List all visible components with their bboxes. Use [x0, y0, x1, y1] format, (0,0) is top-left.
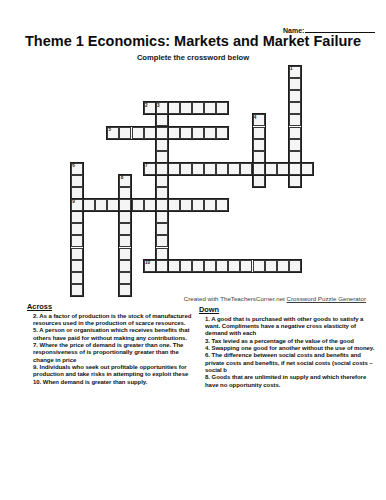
crossword-cell[interactable] — [289, 90, 301, 102]
crossword-cell[interactable] — [216, 199, 228, 211]
crossword-cell[interactable] — [192, 199, 204, 211]
crossword-cell[interactable] — [156, 175, 168, 187]
crossword-cell[interactable] — [156, 139, 168, 151]
crossword-cell[interactable] — [156, 235, 168, 247]
crossword-cell[interactable] — [301, 163, 313, 175]
crossword-cell[interactable] — [204, 127, 216, 139]
crossword-cell[interactable] — [265, 260, 277, 272]
crossword-cell[interactable] — [156, 102, 168, 114]
crossword-cell[interactable] — [144, 127, 156, 139]
crossword-cell[interactable] — [71, 260, 83, 272]
clue-item: 6. The difference between social costs a… — [199, 352, 375, 374]
attribution: Created with TheTeachersCorner.net Cross… — [184, 295, 366, 302]
clue-item: 3. Tax levied as a percentage of the val… — [199, 338, 375, 345]
across-clues-list: 2. As a factor of production is the stoc… — [27, 313, 197, 386]
clue-item: 4. Swapping one good for another without… — [199, 345, 375, 352]
crossword-cell[interactable] — [204, 199, 216, 211]
crossword-cell[interactable] — [204, 260, 216, 272]
crossword-cell[interactable] — [168, 127, 180, 139]
crossword-cell[interactable] — [107, 127, 119, 139]
crossword-cell[interactable] — [289, 114, 301, 126]
crossword-cell[interactable] — [180, 199, 192, 211]
crossword-cell[interactable] — [192, 127, 204, 139]
crossword-cell[interactable] — [180, 127, 192, 139]
crossword-cell[interactable] — [240, 260, 252, 272]
crossword-cell[interactable] — [253, 139, 265, 151]
crossword-cell[interactable] — [156, 114, 168, 126]
crossword-cell[interactable] — [119, 272, 131, 284]
crossword-grid: 12345678910 — [0, 0, 386, 500]
crossword-cell[interactable] — [192, 163, 204, 175]
crossword-cell[interactable] — [156, 163, 168, 175]
clue-item: 9. Individuals who seek out profitable o… — [27, 364, 197, 379]
crossword-cell[interactable] — [289, 260, 301, 272]
crossword-cell[interactable] — [119, 284, 131, 296]
down-heading: Down — [199, 305, 375, 314]
crossword-cell[interactable] — [253, 163, 265, 175]
crossword-cell[interactable] — [277, 163, 289, 175]
crossword-cell[interactable] — [107, 199, 119, 211]
down-clues-section: Down 1. A good that is purchased with ot… — [199, 305, 375, 389]
crossword-cell[interactable] — [180, 163, 192, 175]
crossword-cell[interactable] — [216, 127, 228, 139]
crossword-cell[interactable] — [71, 248, 83, 260]
crossword-cell[interactable] — [216, 102, 228, 114]
crossword-cell[interactable] — [83, 199, 95, 211]
across-heading: Across — [27, 302, 197, 311]
crossword-cell[interactable] — [228, 260, 240, 272]
clue-item: 2. As a factor of production is the stoc… — [27, 313, 197, 328]
crossword-cell[interactable] — [240, 163, 252, 175]
crossword-cell[interactable] — [192, 260, 204, 272]
crossword-cell[interactable] — [228, 163, 240, 175]
crossword-cell[interactable] — [71, 223, 83, 235]
crossword-cell[interactable] — [289, 151, 301, 163]
crossword-cell[interactable] — [119, 235, 131, 247]
crossword-cell[interactable] — [144, 260, 156, 272]
crossword-cell[interactable] — [253, 260, 265, 272]
crossword-cell[interactable] — [289, 102, 301, 114]
clue-item: 10. When demand is greater than supply. — [27, 379, 197, 386]
crossword-cell[interactable] — [168, 102, 180, 114]
crossword-cell[interactable] — [71, 187, 83, 199]
crossword-cell[interactable] — [216, 163, 228, 175]
crossword-cell[interactable] — [253, 175, 265, 187]
crossword-cell[interactable] — [119, 248, 131, 260]
crossword-cell[interactable] — [156, 199, 168, 211]
crossword-cell[interactable] — [119, 187, 131, 199]
crossword-cell[interactable] — [289, 78, 301, 90]
crossword-cell[interactable] — [119, 260, 131, 272]
crossword-cell[interactable] — [289, 163, 301, 175]
clue-item: 5. A person or organisation which receiv… — [27, 327, 197, 342]
crossword-cell[interactable] — [168, 199, 180, 211]
attribution-link[interactable]: Crossword Puzzle Generator — [287, 295, 366, 302]
crossword-cell[interactable] — [204, 163, 216, 175]
crossword-cell[interactable] — [156, 187, 168, 199]
crossword-cell[interactable] — [289, 127, 301, 139]
crossword-cell[interactable] — [119, 223, 131, 235]
crossword-cell[interactable] — [156, 223, 168, 235]
crossword-cell[interactable] — [180, 102, 192, 114]
crossword-cell[interactable] — [71, 175, 83, 187]
crossword-cell[interactable] — [265, 163, 277, 175]
crossword-cell[interactable] — [277, 260, 289, 272]
crossword-cell[interactable] — [71, 235, 83, 247]
attribution-text: Created with TheTeachersCorner.net — [184, 295, 287, 302]
crossword-cell[interactable] — [71, 272, 83, 284]
crossword-cell[interactable] — [156, 151, 168, 163]
clue-item: 8. Goods that are unlimited in supply an… — [199, 374, 375, 389]
worksheet-page: Name: Theme 1 Economics: Markets and Mar… — [0, 0, 386, 500]
crossword-cell[interactable] — [156, 260, 168, 272]
crossword-cell[interactable] — [144, 163, 156, 175]
crossword-cell[interactable] — [156, 127, 168, 139]
crossword-cell[interactable] — [204, 102, 216, 114]
crossword-cell[interactable] — [119, 199, 131, 211]
crossword-cell[interactable] — [132, 127, 144, 139]
crossword-cell[interactable] — [216, 260, 228, 272]
crossword-cell[interactable] — [180, 260, 192, 272]
crossword-cell[interactable] — [289, 139, 301, 151]
crossword-cell[interactable] — [71, 211, 83, 223]
crossword-cell[interactable] — [192, 102, 204, 114]
crossword-cell[interactable] — [168, 260, 180, 272]
crossword-cell[interactable] — [289, 175, 301, 187]
crossword-cell[interactable] — [289, 66, 301, 78]
crossword-cell[interactable] — [71, 284, 83, 296]
clue-item: 1. A good that is purchased with other g… — [199, 316, 375, 338]
crossword-cell[interactable] — [119, 211, 131, 223]
crossword-cell[interactable] — [253, 114, 265, 126]
crossword-cell[interactable] — [253, 151, 265, 163]
crossword-cell[interactable] — [95, 199, 107, 211]
clue-item: 7. Where the price of demand is greater … — [27, 342, 197, 364]
crossword-cell[interactable] — [156, 211, 168, 223]
across-clues-section: Across 2. As a factor of production is t… — [27, 302, 197, 386]
crossword-cell[interactable] — [132, 199, 144, 211]
crossword-cell[interactable] — [144, 102, 156, 114]
crossword-cell[interactable] — [144, 199, 156, 211]
crossword-cell[interactable] — [119, 175, 131, 187]
crossword-cell[interactable] — [253, 127, 265, 139]
crossword-cell[interactable] — [71, 163, 83, 175]
crossword-cell[interactable] — [168, 163, 180, 175]
crossword-cell[interactable] — [156, 248, 168, 260]
crossword-cell[interactable] — [71, 199, 83, 211]
crossword-cell[interactable] — [119, 127, 131, 139]
down-clues-list: 1. A good that is purchased with other g… — [199, 316, 375, 389]
